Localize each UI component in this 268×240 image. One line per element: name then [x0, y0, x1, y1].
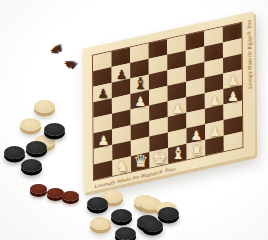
- black-checker-disc[interactable]: [4, 146, 25, 159]
- black-checker-disc[interactable]: [142, 219, 163, 232]
- black-checker-disc[interactable]: [87, 197, 108, 210]
- board-edge-text-right: Lovingly Made for Bigjigs® Toys: [246, 19, 253, 89]
- white-pawn[interactable]: ♟: [134, 95, 146, 108]
- square-a6[interactable]: ♟: [93, 83, 112, 103]
- black-checker-disc[interactable]: [158, 207, 179, 220]
- chess-board: ♝♛♚♜♟♟♟♟♟♝♟♟♟♟♟♟♟♟♟♞♛♚♝♜ Lovingly Made f…: [82, 11, 255, 193]
- dark-queen[interactable]: ♛: [150, 40, 165, 57]
- square-c6[interactable]: ♝: [130, 74, 149, 94]
- white-pawn[interactable]: ♟: [209, 125, 221, 138]
- white-pawn[interactable]: ♟: [97, 134, 109, 147]
- square-e7[interactable]: ♟: [167, 51, 186, 71]
- black-checker-disc[interactable]: [26, 141, 47, 154]
- square-h8[interactable]: ♜: [223, 23, 242, 43]
- square-b1[interactable]: ♞: [112, 156, 131, 176]
- square-e4[interactable]: ♟: [168, 97, 187, 117]
- square-g4[interactable]: ♟: [205, 89, 224, 109]
- square-b8[interactable]: ♝: [111, 47, 130, 67]
- product-photo-scene: ♝♛♚♜♟♟♟♟♟♝♟♟♟♟♟♟♟♟♟♞♛♚♝♜ Lovingly Made f…: [0, 0, 268, 240]
- square-a1[interactable]: [94, 160, 113, 180]
- square-h4[interactable]: ♟: [223, 85, 242, 105]
- white-pawn[interactable]: ♟: [208, 94, 220, 107]
- white-knight[interactable]: ♞: [115, 159, 128, 174]
- square-h5[interactable]: ♟: [223, 69, 242, 89]
- black-checker-disc[interactable]: [115, 227, 136, 240]
- square-f1[interactable]: ♜: [187, 140, 206, 160]
- black-checker-disc[interactable]: [111, 209, 132, 222]
- square-f8[interactable]: ♚: [186, 31, 205, 51]
- black-checker-disc[interactable]: [21, 159, 42, 172]
- dark-bishop[interactable]: ♝: [114, 49, 128, 65]
- square-d1[interactable]: ♚: [150, 148, 169, 168]
- square-d8[interactable]: ♛: [149, 39, 168, 59]
- dark-pawn[interactable]: ♟: [171, 55, 183, 68]
- natural-checker-disc[interactable]: [20, 118, 41, 131]
- dark-pawn[interactable]: ♟: [97, 87, 109, 100]
- white-king[interactable]: ♚: [151, 148, 167, 166]
- dark-rook[interactable]: ♜: [226, 27, 239, 41]
- white-bishop[interactable]: ♝: [170, 146, 184, 162]
- square-g2[interactable]: ♟: [205, 120, 224, 140]
- fallen-dark-knight[interactable]: ♞: [61, 55, 81, 75]
- square-e1[interactable]: ♝: [168, 144, 187, 164]
- mahogany-checker-disc[interactable]: [30, 184, 47, 194]
- black-checker-disc[interactable]: [44, 123, 65, 136]
- board-grid: ♝♛♚♜♟♟♟♟♟♝♟♟♟♟♟♟♟♟♟♞♛♚♝♜: [92, 22, 243, 181]
- white-rook[interactable]: ♜: [190, 144, 203, 158]
- square-f2[interactable]: ♟: [186, 124, 205, 144]
- dark-pawn[interactable]: ♟: [115, 68, 127, 81]
- square-g7[interactable]: ♟: [204, 42, 223, 62]
- white-pawn[interactable]: ♟: [171, 102, 183, 115]
- dark-bishop[interactable]: ♝: [133, 76, 147, 92]
- square-c1[interactable]: ♛: [131, 152, 150, 172]
- square-h1[interactable]: [224, 132, 243, 152]
- white-queen[interactable]: ♛: [133, 153, 148, 170]
- white-pawn[interactable]: ♟: [227, 74, 239, 87]
- natural-checker-disc[interactable]: [34, 100, 55, 113]
- square-a3[interactable]: ♟: [94, 129, 113, 149]
- fallen-dark-knight[interactable]: ♞: [48, 42, 65, 58]
- square-e5[interactable]: ♟: [168, 82, 187, 102]
- dark-king[interactable]: ♚: [187, 31, 203, 49]
- mahogany-checker-disc[interactable]: [62, 191, 79, 201]
- white-pawn[interactable]: ♟: [190, 129, 202, 142]
- dark-pawn[interactable]: ♟: [171, 87, 183, 100]
- white-pawn[interactable]: ♟: [227, 90, 239, 103]
- natural-checker-disc[interactable]: [90, 217, 111, 230]
- dark-pawn[interactable]: ♟: [208, 47, 220, 60]
